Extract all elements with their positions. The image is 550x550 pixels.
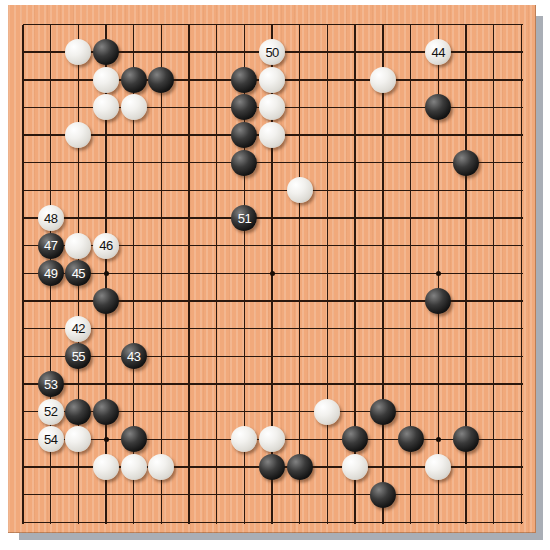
stone-white-E16 bbox=[121, 94, 147, 120]
stone-black-Q9 bbox=[425, 288, 451, 314]
stone-white-J4 bbox=[231, 426, 257, 452]
grid-line-horizontal bbox=[23, 356, 523, 357]
diagram-frame: 5044485147464945425543535254 bbox=[0, 0, 550, 550]
stone-black-C7: 55 bbox=[65, 343, 91, 369]
stone-black-P4 bbox=[398, 426, 424, 452]
grid-line-horizontal bbox=[23, 162, 523, 163]
stone-black-R14 bbox=[453, 150, 479, 176]
stone-black-J15 bbox=[231, 122, 257, 148]
grid-line-horizontal bbox=[23, 190, 523, 191]
stone-white-D11: 46 bbox=[93, 233, 119, 259]
stone-white-D17 bbox=[93, 67, 119, 93]
stone-white-O17 bbox=[370, 67, 396, 93]
grid-line-horizontal bbox=[23, 522, 523, 523]
stone-white-M5 bbox=[314, 399, 340, 425]
grid-line-horizontal bbox=[23, 383, 523, 384]
grid-line-horizontal bbox=[23, 494, 523, 495]
stone-black-B6: 53 bbox=[38, 371, 64, 397]
grid-line-vertical bbox=[161, 25, 162, 524]
stone-white-C8: 42 bbox=[65, 316, 91, 342]
stone-white-E3 bbox=[121, 454, 147, 480]
stone-white-C15 bbox=[65, 122, 91, 148]
stone-black-C10: 45 bbox=[65, 260, 91, 286]
stone-black-N4 bbox=[342, 426, 368, 452]
stone-black-D5 bbox=[93, 399, 119, 425]
star-point bbox=[270, 271, 275, 276]
stone-black-J12: 51 bbox=[231, 205, 257, 231]
grid-line-vertical bbox=[493, 25, 494, 524]
grid-line-horizontal bbox=[23, 217, 523, 218]
stone-black-E4 bbox=[121, 426, 147, 452]
stone-white-K15 bbox=[259, 122, 285, 148]
stone-white-D3 bbox=[93, 454, 119, 480]
star-point bbox=[104, 437, 109, 442]
stone-black-K3 bbox=[259, 454, 285, 480]
stone-black-O5 bbox=[370, 399, 396, 425]
stone-black-R4 bbox=[453, 426, 479, 452]
stone-black-E7: 43 bbox=[121, 343, 147, 369]
grid-line-vertical bbox=[216, 25, 217, 524]
grid-line-horizontal bbox=[23, 328, 523, 329]
stone-black-J14 bbox=[231, 150, 257, 176]
stone-black-B11: 47 bbox=[38, 233, 64, 259]
stone-black-C5 bbox=[65, 399, 91, 425]
grid-line-horizontal bbox=[23, 24, 523, 25]
stone-white-Q18: 44 bbox=[425, 39, 451, 65]
grid-line-vertical bbox=[382, 25, 383, 524]
stone-white-K16 bbox=[259, 94, 285, 120]
grid-line-vertical bbox=[521, 25, 522, 524]
stone-white-L13 bbox=[287, 177, 313, 203]
grid-line-vertical bbox=[188, 25, 189, 524]
stone-white-N3 bbox=[342, 454, 368, 480]
stone-white-C11 bbox=[65, 233, 91, 259]
stone-white-C18 bbox=[65, 39, 91, 65]
stone-black-O2 bbox=[370, 482, 396, 508]
stone-black-E17 bbox=[121, 67, 147, 93]
stone-white-F3 bbox=[148, 454, 174, 480]
stone-white-D16 bbox=[93, 94, 119, 120]
grid-line-vertical bbox=[22, 25, 23, 524]
stone-black-D18 bbox=[93, 39, 119, 65]
stone-white-C4 bbox=[65, 426, 91, 452]
stone-black-J17 bbox=[231, 67, 257, 93]
stone-white-K4 bbox=[259, 426, 285, 452]
stone-black-L3 bbox=[287, 454, 313, 480]
stone-black-Q16 bbox=[425, 94, 451, 120]
stone-white-K18: 50 bbox=[259, 39, 285, 65]
star-point bbox=[436, 437, 441, 442]
stone-white-B12: 48 bbox=[38, 205, 64, 231]
stone-white-K17 bbox=[259, 67, 285, 93]
star-point bbox=[436, 271, 441, 276]
stone-black-D9 bbox=[93, 288, 119, 314]
stone-white-B4: 54 bbox=[38, 426, 64, 452]
star-point bbox=[104, 271, 109, 276]
stone-white-B5: 52 bbox=[38, 399, 64, 425]
grid-line-vertical bbox=[299, 25, 300, 524]
grid-line-vertical bbox=[327, 25, 328, 524]
stone-black-J16 bbox=[231, 94, 257, 120]
go-board: 5044485147464945425543535254 bbox=[8, 5, 536, 533]
stone-black-F17 bbox=[148, 67, 174, 93]
stone-black-B10: 49 bbox=[38, 260, 64, 286]
stone-white-Q3 bbox=[425, 454, 451, 480]
